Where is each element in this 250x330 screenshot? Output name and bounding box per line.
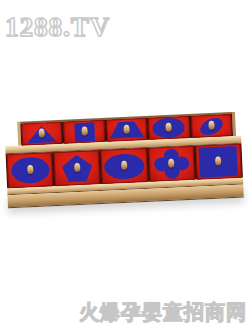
site-watermark-top: 1288.TV — [5, 12, 110, 43]
site-watermark-bottom: 火爆孕婴童招商网 — [79, 299, 247, 326]
inset-tile-quatrefoil — [148, 146, 195, 182]
knob — [74, 163, 80, 172]
inset-tile-triangle — [21, 122, 62, 146]
knob — [39, 128, 45, 137]
inset-tile-pentagon — [54, 150, 101, 186]
inset-tile-circle — [148, 116, 189, 140]
knob — [121, 161, 127, 170]
inset-tile-ellipse — [7, 152, 54, 188]
knob — [27, 165, 33, 174]
knob — [123, 124, 129, 133]
knob — [208, 121, 214, 130]
inset-tile-oval — [101, 148, 148, 184]
knob — [215, 156, 221, 165]
knob — [168, 159, 174, 168]
inset-tile-ellipse-tilted — [191, 114, 232, 138]
inset-tile-trapezoid — [106, 118, 147, 142]
knob — [81, 126, 87, 135]
inset-tile-rectangle — [64, 120, 105, 144]
product-photo-metal-insets — [4, 112, 244, 209]
knob — [166, 123, 172, 132]
inset-tile-square — [195, 144, 242, 180]
